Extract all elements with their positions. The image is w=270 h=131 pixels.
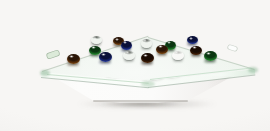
stone-highlight — [206, 52, 211, 55]
stone-highlight — [91, 46, 96, 49]
stone-highlight — [93, 37, 97, 40]
stone-highlight — [189, 37, 193, 40]
stone-highlight — [125, 51, 130, 54]
stone-clear-1 — [91, 36, 102, 44]
stone-highlight — [143, 39, 147, 42]
stone-amber-dark-9 — [141, 53, 154, 63]
stone-amber-10 — [156, 45, 168, 54]
stone-blue-13 — [187, 36, 198, 44]
stone-highlight — [69, 55, 74, 58]
stone-highlight — [167, 41, 171, 44]
stone-clear-8 — [141, 39, 152, 48]
stone-highlight — [115, 38, 119, 41]
stone-blue-6 — [121, 41, 132, 50]
stone-amber-dark-14 — [190, 46, 202, 55]
stone-blue-4 — [99, 52, 112, 62]
stone-amber-3 — [67, 54, 80, 64]
stone-clear-7 — [123, 51, 135, 60]
stone-highlight — [101, 53, 106, 56]
stone-green-15 — [204, 51, 217, 61]
stone-white-12 — [172, 51, 184, 60]
stone-highlight — [158, 45, 163, 48]
stones-layer — [0, 0, 270, 131]
photo-glass-board-game — [0, 0, 270, 131]
stone-highlight — [123, 41, 127, 44]
stone-highlight — [143, 54, 148, 57]
stone-highlight — [174, 51, 179, 54]
stone-highlight — [192, 46, 197, 49]
